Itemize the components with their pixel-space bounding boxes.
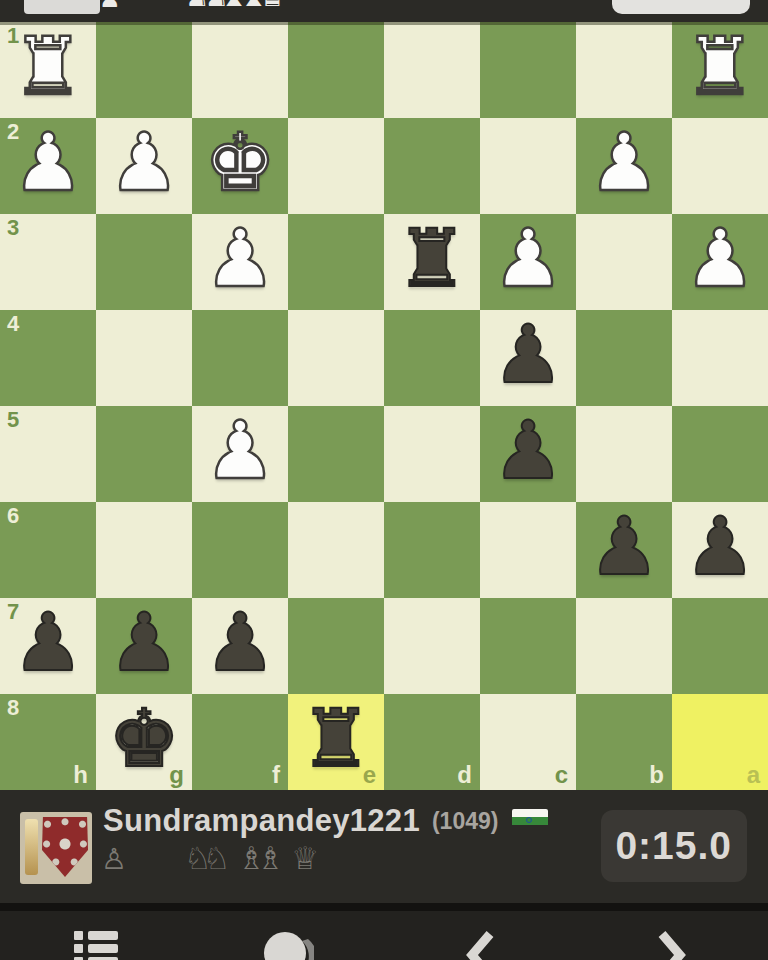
captured-pawn-icon: ♙ <box>101 843 127 875</box>
square-e3[interactable] <box>288 214 384 310</box>
black-king-g8[interactable]: ♚ <box>108 699 180 779</box>
white-pawn-a3[interactable]: ♟ <box>684 219 756 299</box>
square-b8[interactable]: b <box>576 694 672 790</box>
white-rook-a1[interactable]: ♜ <box>684 27 756 107</box>
square-f8[interactable]: f <box>192 694 288 790</box>
square-d2[interactable] <box>384 118 480 214</box>
square-e7[interactable] <box>288 598 384 694</box>
black-rook-d3[interactable]: ♜ <box>396 219 468 299</box>
rank-label-4: 4 <box>7 313 19 335</box>
file-label-f: f <box>272 763 280 787</box>
black-pawn-h7[interactable]: ♟ <box>12 603 84 683</box>
black-rook-e8[interactable]: ♜ <box>300 699 372 779</box>
square-c3[interactable]: ♟ <box>480 214 576 310</box>
white-pawn-f5[interactable]: ♟ <box>204 411 276 491</box>
top-player-bar: ♟ ♞♞ ♝♝ ♛ <box>0 0 768 22</box>
square-c4[interactable]: ♟ <box>480 310 576 406</box>
player-name-row: Sundrampandey1221 (1049) <box>103 803 548 839</box>
white-rook-h1[interactable]: ♜ <box>12 27 84 107</box>
square-b7[interactable] <box>576 598 672 694</box>
square-f2[interactable]: ♚ <box>192 118 288 214</box>
square-e5[interactable] <box>288 406 384 502</box>
square-a7[interactable] <box>672 598 768 694</box>
square-a6[interactable]: ♟ <box>672 502 768 598</box>
rank-label-8: 8 <box>7 697 19 719</box>
file-label-b: b <box>649 763 664 787</box>
file-label-c: c <box>555 763 568 787</box>
avatar-shield-detail <box>42 817 88 877</box>
square-c6[interactable] <box>480 502 576 598</box>
square-h3[interactable]: 3 <box>0 214 96 310</box>
white-pawn-g2[interactable]: ♟ <box>108 123 180 203</box>
opponent-avatar[interactable] <box>24 0 100 14</box>
captured-queen-icon: ♕ <box>291 841 319 876</box>
rank-label-6: 6 <box>7 505 19 527</box>
player-name[interactable]: Sundrampandey1221 <box>103 803 420 839</box>
square-b5[interactable] <box>576 406 672 502</box>
square-h1[interactable]: 1♜ <box>0 22 96 118</box>
square-c7[interactable] <box>480 598 576 694</box>
square-b2[interactable]: ♟ <box>576 118 672 214</box>
india-flag-icon <box>512 809 548 833</box>
white-pawn-b2[interactable]: ♟ <box>588 123 660 203</box>
chess-board[interactable]: 1♜♜2♟♟♚♟3♟♜♟♟4♟5♟♟6♟♟7♟♟♟8hg♚fe♜dcba <box>0 22 768 790</box>
opponent-clock <box>612 0 750 14</box>
square-h5[interactable]: 5 <box>0 406 96 502</box>
square-a2[interactable] <box>672 118 768 214</box>
player-rating: (1049) <box>432 808 498 835</box>
square-b4[interactable] <box>576 310 672 406</box>
captured-bishops-icon: ♗♗ <box>238 841 276 876</box>
square-a4[interactable] <box>672 310 768 406</box>
player-avatar[interactable] <box>20 812 92 884</box>
rank-label-5: 5 <box>7 409 19 431</box>
square-f1[interactable] <box>192 22 288 118</box>
square-d3[interactable]: ♜ <box>384 214 480 310</box>
square-d5[interactable] <box>384 406 480 502</box>
square-c2[interactable] <box>480 118 576 214</box>
square-h7[interactable]: 7♟ <box>0 598 96 694</box>
file-label-d: d <box>457 763 472 787</box>
avatar-trophy-detail <box>25 819 38 875</box>
captured-pieces-row: ♙♘♘♗♗♕ <box>101 840 319 877</box>
black-pawn-g7[interactable]: ♟ <box>108 603 180 683</box>
square-h6[interactable]: 6 <box>0 502 96 598</box>
square-b3[interactable] <box>576 214 672 310</box>
bottom-player-bar: Sundrampandey1221 (1049) ♙♘♘♗♗♕ 0:15.0 <box>0 790 768 903</box>
forward-button[interactable] <box>576 911 768 960</box>
square-f5[interactable]: ♟ <box>192 406 288 502</box>
black-pawn-f7[interactable]: ♟ <box>204 603 276 683</box>
white-pawn-c3[interactable]: ♟ <box>492 219 564 299</box>
square-d6[interactable] <box>384 502 480 598</box>
square-a8[interactable]: a <box>672 694 768 790</box>
bar-divider <box>0 903 768 911</box>
bottom-nav-bar <box>0 911 768 960</box>
square-c8[interactable]: c <box>480 694 576 790</box>
rank-label-3: 3 <box>7 217 19 239</box>
square-h8[interactable]: 8h <box>0 694 96 790</box>
move-list-button[interactable] <box>0 911 192 960</box>
black-pawn-b6[interactable]: ♟ <box>588 507 660 587</box>
black-pawn-a6[interactable]: ♟ <box>684 507 756 587</box>
chevron-right-icon <box>657 931 687 960</box>
square-d4[interactable] <box>384 310 480 406</box>
opponent-captured-pawn-icon: ♟ <box>99 0 121 11</box>
chevron-left-icon <box>465 931 495 960</box>
square-e2[interactable] <box>288 118 384 214</box>
square-e1[interactable] <box>288 22 384 118</box>
white-king-f2[interactable]: ♚ <box>204 123 276 203</box>
player-clock: 0:15.0 <box>601 810 747 882</box>
square-g6[interactable] <box>96 502 192 598</box>
square-e8[interactable]: e♜ <box>288 694 384 790</box>
square-g3[interactable] <box>96 214 192 310</box>
square-h2[interactable]: 2♟ <box>0 118 96 214</box>
square-f4[interactable] <box>192 310 288 406</box>
player-clock-time: 0:15.0 <box>615 824 732 868</box>
file-label-a: a <box>747 763 760 787</box>
square-g7[interactable]: ♟ <box>96 598 192 694</box>
square-d8[interactable]: d <box>384 694 480 790</box>
square-c5[interactable]: ♟ <box>480 406 576 502</box>
square-e6[interactable] <box>288 502 384 598</box>
square-f6[interactable] <box>192 502 288 598</box>
square-g1[interactable] <box>96 22 192 118</box>
black-pawn-c4[interactable]: ♟ <box>492 315 564 395</box>
back-button[interactable] <box>384 911 576 960</box>
white-pawn-f3[interactable]: ♟ <box>204 219 276 299</box>
file-label-h: h <box>73 763 88 787</box>
square-g2[interactable]: ♟ <box>96 118 192 214</box>
captured-knights-icon: ♘♘ <box>184 841 222 876</box>
square-a1[interactable]: ♜ <box>672 22 768 118</box>
square-f7[interactable]: ♟ <box>192 598 288 694</box>
square-a3[interactable]: ♟ <box>672 214 768 310</box>
square-d7[interactable] <box>384 598 480 694</box>
square-g4[interactable] <box>96 310 192 406</box>
square-b6[interactable]: ♟ <box>576 502 672 598</box>
square-h4[interactable]: 4 <box>0 310 96 406</box>
white-pawn-h2[interactable]: ♟ <box>12 123 84 203</box>
square-g5[interactable] <box>96 406 192 502</box>
square-d1[interactable] <box>384 22 480 118</box>
square-a5[interactable] <box>672 406 768 502</box>
square-c1[interactable] <box>480 22 576 118</box>
opponent-captured-pieces: ♞♞ ♝♝ ♛ <box>181 0 277 11</box>
square-g8[interactable]: g♚ <box>96 694 192 790</box>
chat-button[interactable] <box>192 911 384 960</box>
square-b1[interactable] <box>576 22 672 118</box>
chat-icon <box>262 931 314 960</box>
move-list-icon <box>74 931 118 960</box>
square-f3[interactable]: ♟ <box>192 214 288 310</box>
black-pawn-c5[interactable]: ♟ <box>492 411 564 491</box>
square-e4[interactable] <box>288 310 384 406</box>
